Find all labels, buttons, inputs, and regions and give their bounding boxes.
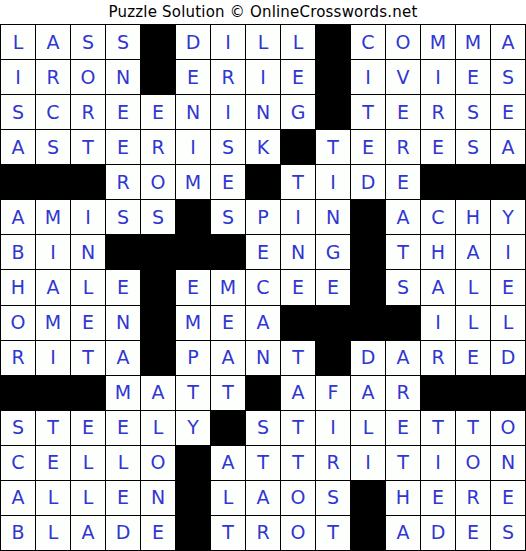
letter-cell-r6c3: I bbox=[71, 200, 106, 235]
letter-cell-r15c7: T bbox=[211, 516, 246, 551]
letter-cell-r1c6: D bbox=[176, 25, 211, 60]
letter-cell-r9c2: M bbox=[36, 306, 71, 341]
letter-cell-r6c4: S bbox=[106, 200, 141, 235]
letter-cell-r3c3: R bbox=[71, 95, 106, 130]
letter-cell-r4c11: E bbox=[351, 130, 386, 165]
letter-cell-r13c12: T bbox=[386, 446, 421, 481]
letter-cell-r4c10: T bbox=[316, 130, 351, 165]
black-cell-r9c12 bbox=[386, 306, 421, 341]
letter-cell-r10c13: R bbox=[421, 341, 456, 376]
letter-cell-r6c9: I bbox=[281, 200, 316, 235]
letter-cell-r4c1: A bbox=[1, 130, 36, 165]
letter-cell-r14c8: A bbox=[246, 481, 281, 516]
letter-cell-r9c4: N bbox=[106, 306, 141, 341]
black-cell-r2c5 bbox=[141, 60, 176, 95]
letter-cell-r11c11: A bbox=[351, 376, 386, 411]
letter-cell-r1c15: A bbox=[491, 25, 526, 60]
letter-cell-r1c13: M bbox=[421, 25, 456, 60]
letter-cell-r14c10: S bbox=[316, 481, 351, 516]
letter-cell-r9c3: E bbox=[71, 306, 106, 341]
letter-cell-r10c12: A bbox=[386, 341, 421, 376]
letter-cell-r4c4: E bbox=[106, 130, 141, 165]
letter-cell-r15c4: D bbox=[106, 516, 141, 551]
letter-cell-r10c8: N bbox=[246, 341, 281, 376]
letter-cell-r8c15: E bbox=[491, 270, 526, 305]
black-cell-r10c5 bbox=[141, 341, 176, 376]
letter-cell-r7c3: N bbox=[71, 235, 106, 270]
black-cell-r6c6 bbox=[176, 200, 211, 235]
letter-cell-r12c1: S bbox=[1, 411, 36, 446]
letter-cell-r14c12: H bbox=[386, 481, 421, 516]
letter-cell-r12c9: T bbox=[281, 411, 316, 446]
letter-cell-r12c3: E bbox=[71, 411, 106, 446]
letter-cell-r1c11: C bbox=[351, 25, 386, 60]
black-cell-r14c11 bbox=[351, 481, 386, 516]
letter-cell-r8c4: E bbox=[106, 270, 141, 305]
letter-cell-r9c7: E bbox=[211, 306, 246, 341]
letter-cell-r13c10: R bbox=[316, 446, 351, 481]
black-cell-r11c8 bbox=[246, 376, 281, 411]
letter-cell-r8c13: A bbox=[421, 270, 456, 305]
letter-cell-r12c5: L bbox=[141, 411, 176, 446]
letter-cell-r2c1: I bbox=[1, 60, 36, 95]
black-cell-r3c10 bbox=[316, 95, 351, 130]
letter-cell-r1c8: L bbox=[246, 25, 281, 60]
black-cell-r7c7 bbox=[211, 235, 246, 270]
letter-cell-r14c13: E bbox=[421, 481, 456, 516]
letter-cell-r13c4: L bbox=[106, 446, 141, 481]
letter-cell-r9c8: A bbox=[246, 306, 281, 341]
black-cell-r7c4 bbox=[106, 235, 141, 270]
letter-cell-r6c7: S bbox=[211, 200, 246, 235]
letter-cell-r15c3: A bbox=[71, 516, 106, 551]
letter-cell-r14c7: L bbox=[211, 481, 246, 516]
letter-cell-r7c10: G bbox=[316, 235, 351, 270]
black-cell-r15c6 bbox=[176, 516, 211, 551]
letter-cell-r9c6: M bbox=[176, 306, 211, 341]
letter-cell-r1c1: L bbox=[1, 25, 36, 60]
letter-cell-r1c3: S bbox=[71, 25, 106, 60]
letter-cell-r2c13: I bbox=[421, 60, 456, 95]
letter-cell-r6c10: N bbox=[316, 200, 351, 235]
black-cell-r5c15 bbox=[491, 165, 526, 200]
letter-cell-r2c3: O bbox=[71, 60, 106, 95]
letter-cell-r1c4: S bbox=[106, 25, 141, 60]
letter-cell-r5c11: D bbox=[351, 165, 386, 200]
letter-cell-r2c4: N bbox=[106, 60, 141, 95]
letter-cell-r8c8: C bbox=[246, 270, 281, 305]
letter-cell-r2c9: E bbox=[281, 60, 316, 95]
letter-cell-r11c7: T bbox=[211, 376, 246, 411]
letter-cell-r7c2: I bbox=[36, 235, 71, 270]
letter-cell-r4c6: I bbox=[176, 130, 211, 165]
letter-cell-r10c7: A bbox=[211, 341, 246, 376]
black-cell-r8c5 bbox=[141, 270, 176, 305]
letter-cell-r7c12: T bbox=[386, 235, 421, 270]
letter-cell-r15c14: E bbox=[456, 516, 491, 551]
black-cell-r11c14 bbox=[456, 376, 491, 411]
letter-cell-r6c14: H bbox=[456, 200, 491, 235]
letter-cell-r8c1: H bbox=[1, 270, 36, 305]
black-cell-r10c10 bbox=[316, 341, 351, 376]
black-cell-r5c13 bbox=[421, 165, 456, 200]
letter-cell-r10c14: E bbox=[456, 341, 491, 376]
page-title: Puzzle Solution © OnlineCrosswords.net bbox=[0, 0, 526, 24]
letter-cell-r5c6: M bbox=[176, 165, 211, 200]
letter-cell-r4c13: E bbox=[421, 130, 456, 165]
letter-cell-r10c3: T bbox=[71, 341, 106, 376]
letter-cell-r6c1: A bbox=[1, 200, 36, 235]
letter-cell-r6c5: S bbox=[141, 200, 176, 235]
letter-cell-r12c2: T bbox=[36, 411, 71, 446]
black-cell-r1c5 bbox=[141, 25, 176, 60]
black-cell-r1c10 bbox=[316, 25, 351, 60]
letter-cell-r3c7: I bbox=[211, 95, 246, 130]
letter-cell-r3c14: S bbox=[456, 95, 491, 130]
black-cell-r5c1 bbox=[1, 165, 36, 200]
letter-cell-r14c9: O bbox=[281, 481, 316, 516]
letter-cell-r9c13: I bbox=[421, 306, 456, 341]
letter-cell-r3c13: R bbox=[421, 95, 456, 130]
letter-cell-r3c5: E bbox=[141, 95, 176, 130]
letter-cell-r12c15: O bbox=[491, 411, 526, 446]
letter-cell-r14c4: E bbox=[106, 481, 141, 516]
letter-cell-r13c9: T bbox=[281, 446, 316, 481]
letter-cell-r15c12: A bbox=[386, 516, 421, 551]
letter-cell-r15c8: R bbox=[246, 516, 281, 551]
letter-cell-r12c12: E bbox=[386, 411, 421, 446]
letter-cell-r11c10: F bbox=[316, 376, 351, 411]
letter-cell-r7c1: B bbox=[1, 235, 36, 270]
letter-cell-r11c5: A bbox=[141, 376, 176, 411]
letter-cell-r10c1: R bbox=[1, 341, 36, 376]
black-cell-r5c2 bbox=[36, 165, 71, 200]
letter-cell-r3c8: N bbox=[246, 95, 281, 130]
letter-cell-r7c8: E bbox=[246, 235, 281, 270]
letter-cell-r13c11: I bbox=[351, 446, 386, 481]
black-cell-r7c5 bbox=[141, 235, 176, 270]
letter-cell-r11c12: R bbox=[386, 376, 421, 411]
letter-cell-r10c6: P bbox=[176, 341, 211, 376]
letter-cell-r8c3: L bbox=[71, 270, 106, 305]
letter-cell-r4c2: S bbox=[36, 130, 71, 165]
letter-cell-r3c15: E bbox=[491, 95, 526, 130]
letter-cell-r15c9: O bbox=[281, 516, 316, 551]
letter-cell-r2c8: I bbox=[246, 60, 281, 95]
letter-cell-r9c1: O bbox=[1, 306, 36, 341]
letter-cell-r2c7: R bbox=[211, 60, 246, 95]
letter-cell-r13c15: N bbox=[491, 446, 526, 481]
black-cell-r11c13 bbox=[421, 376, 456, 411]
letter-cell-r3c6: N bbox=[176, 95, 211, 130]
letter-cell-r15c1: B bbox=[1, 516, 36, 551]
black-cell-r7c11 bbox=[351, 235, 386, 270]
letter-cell-r10c9: T bbox=[281, 341, 316, 376]
letter-cell-r2c2: R bbox=[36, 60, 71, 95]
letter-cell-r6c13: C bbox=[421, 200, 456, 235]
letter-cell-r14c15: E bbox=[491, 481, 526, 516]
black-cell-r9c5 bbox=[141, 306, 176, 341]
letter-cell-r15c13: D bbox=[421, 516, 456, 551]
letter-cell-r4c8: K bbox=[246, 130, 281, 165]
letter-cell-r15c15: S bbox=[491, 516, 526, 551]
letter-cell-r1c12: O bbox=[386, 25, 421, 60]
letter-cell-r8c6: E bbox=[176, 270, 211, 305]
letter-cell-r13c13: I bbox=[421, 446, 456, 481]
letter-cell-r14c1: A bbox=[1, 481, 36, 516]
letter-cell-r8c7: M bbox=[211, 270, 246, 305]
letter-cell-r9c14: L bbox=[456, 306, 491, 341]
letter-cell-r4c5: R bbox=[141, 130, 176, 165]
letter-cell-r2c14: E bbox=[456, 60, 491, 95]
crossword-grid: LASSDILLCOMMAIRONERIEIVIESSCREENINGTERSE… bbox=[0, 24, 526, 551]
letter-cell-r6c8: P bbox=[246, 200, 281, 235]
letter-cell-r14c5: N bbox=[141, 481, 176, 516]
black-cell-r13c6 bbox=[176, 446, 211, 481]
letter-cell-r13c14: O bbox=[456, 446, 491, 481]
black-cell-r5c3 bbox=[71, 165, 106, 200]
letter-cell-r1c7: I bbox=[211, 25, 246, 60]
letter-cell-r5c10: I bbox=[316, 165, 351, 200]
black-cell-r11c2 bbox=[36, 376, 71, 411]
letter-cell-r5c5: O bbox=[141, 165, 176, 200]
letter-cell-r13c3: L bbox=[71, 446, 106, 481]
letter-cell-r8c2: A bbox=[36, 270, 71, 305]
letter-cell-r9c15: L bbox=[491, 306, 526, 341]
letter-cell-r15c2: L bbox=[36, 516, 71, 551]
letter-cell-r3c1: S bbox=[1, 95, 36, 130]
letter-cell-r12c8: S bbox=[246, 411, 281, 446]
black-cell-r4c9 bbox=[281, 130, 316, 165]
letter-cell-r7c15: I bbox=[491, 235, 526, 270]
letter-cell-r8c14: L bbox=[456, 270, 491, 305]
letter-cell-r7c14: A bbox=[456, 235, 491, 270]
black-cell-r7c6 bbox=[176, 235, 211, 270]
letter-cell-r15c5: E bbox=[141, 516, 176, 551]
letter-cell-r10c11: D bbox=[351, 341, 386, 376]
letter-cell-r8c12: S bbox=[386, 270, 421, 305]
letter-cell-r5c9: T bbox=[281, 165, 316, 200]
letter-cell-r12c14: T bbox=[456, 411, 491, 446]
letter-cell-r1c2: A bbox=[36, 25, 71, 60]
black-cell-r9c9 bbox=[281, 306, 316, 341]
black-cell-r2c10 bbox=[316, 60, 351, 95]
letter-cell-r4c3: T bbox=[71, 130, 106, 165]
black-cell-r5c8 bbox=[246, 165, 281, 200]
letter-cell-r2c11: I bbox=[351, 60, 386, 95]
letter-cell-r13c7: A bbox=[211, 446, 246, 481]
letter-cell-r2c6: E bbox=[176, 60, 211, 95]
letter-cell-r13c1: C bbox=[1, 446, 36, 481]
letter-cell-r5c4: R bbox=[106, 165, 141, 200]
black-cell-r6c11 bbox=[351, 200, 386, 235]
black-cell-r5c14 bbox=[456, 165, 491, 200]
letter-cell-r13c2: E bbox=[36, 446, 71, 481]
letter-cell-r8c9: E bbox=[281, 270, 316, 305]
letter-cell-r6c12: A bbox=[386, 200, 421, 235]
letter-cell-r10c2: I bbox=[36, 341, 71, 376]
letter-cell-r1c9: L bbox=[281, 25, 316, 60]
letter-cell-r2c15: S bbox=[491, 60, 526, 95]
black-cell-r15c11 bbox=[351, 516, 386, 551]
black-cell-r11c3 bbox=[71, 376, 106, 411]
letter-cell-r11c6: T bbox=[176, 376, 211, 411]
letter-cell-r7c13: H bbox=[421, 235, 456, 270]
letter-cell-r7c9: N bbox=[281, 235, 316, 270]
letter-cell-r3c2: C bbox=[36, 95, 71, 130]
letter-cell-r4c12: R bbox=[386, 130, 421, 165]
letter-cell-r12c10: I bbox=[316, 411, 351, 446]
black-cell-r9c11 bbox=[351, 306, 386, 341]
letter-cell-r10c4: A bbox=[106, 341, 141, 376]
letter-cell-r14c14: R bbox=[456, 481, 491, 516]
black-cell-r9c10 bbox=[316, 306, 351, 341]
letter-cell-r15c10: T bbox=[316, 516, 351, 551]
black-cell-r12c7 bbox=[211, 411, 246, 446]
puzzle-solution-page: Puzzle Solution © OnlineCrosswords.net L… bbox=[0, 0, 526, 551]
black-cell-r11c1 bbox=[1, 376, 36, 411]
letter-cell-r10c15: D bbox=[491, 341, 526, 376]
letter-cell-r14c3: L bbox=[71, 481, 106, 516]
letter-cell-r4c7: S bbox=[211, 130, 246, 165]
black-cell-r14c6 bbox=[176, 481, 211, 516]
letter-cell-r11c9: A bbox=[281, 376, 316, 411]
letter-cell-r12c4: E bbox=[106, 411, 141, 446]
letter-cell-r11c4: M bbox=[106, 376, 141, 411]
letter-cell-r4c15: A bbox=[491, 130, 526, 165]
letter-cell-r3c9: G bbox=[281, 95, 316, 130]
black-cell-r8c11 bbox=[351, 270, 386, 305]
letter-cell-r1c14: M bbox=[456, 25, 491, 60]
letter-cell-r14c2: L bbox=[36, 481, 71, 516]
letter-cell-r3c11: T bbox=[351, 95, 386, 130]
letter-cell-r13c8: T bbox=[246, 446, 281, 481]
letter-cell-r4c14: S bbox=[456, 130, 491, 165]
letter-cell-r12c6: Y bbox=[176, 411, 211, 446]
letter-cell-r5c7: E bbox=[211, 165, 246, 200]
letter-cell-r3c4: E bbox=[106, 95, 141, 130]
letter-cell-r2c12: V bbox=[386, 60, 421, 95]
letter-cell-r5c12: E bbox=[386, 165, 421, 200]
black-cell-r11c15 bbox=[491, 376, 526, 411]
letter-cell-r6c15: Y bbox=[491, 200, 526, 235]
letter-cell-r12c11: L bbox=[351, 411, 386, 446]
letter-cell-r3c12: E bbox=[386, 95, 421, 130]
letter-cell-r13c5: O bbox=[141, 446, 176, 481]
letter-cell-r8c10: E bbox=[316, 270, 351, 305]
letter-cell-r6c2: M bbox=[36, 200, 71, 235]
letter-cell-r12c13: T bbox=[421, 411, 456, 446]
